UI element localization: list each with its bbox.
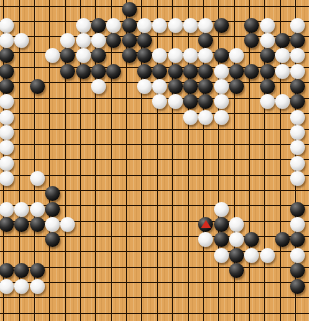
grid-vertical-line bbox=[249, 0, 250, 321]
white-stone[interactable] bbox=[45, 48, 60, 63]
black-stone[interactable] bbox=[0, 263, 14, 278]
white-stone[interactable] bbox=[290, 171, 305, 186]
white-stone[interactable] bbox=[0, 279, 14, 294]
white-stone[interactable] bbox=[0, 140, 14, 155]
black-stone[interactable] bbox=[229, 248, 244, 263]
white-stone[interactable] bbox=[14, 279, 29, 294]
white-stone[interactable] bbox=[290, 64, 305, 79]
white-stone[interactable] bbox=[260, 248, 275, 263]
black-stone[interactable] bbox=[0, 79, 14, 94]
white-stone[interactable] bbox=[183, 18, 198, 33]
grid-horizontal-line bbox=[0, 159, 309, 160]
black-stone[interactable] bbox=[260, 64, 275, 79]
black-stone[interactable] bbox=[137, 33, 152, 48]
black-stone[interactable] bbox=[290, 202, 305, 217]
black-stone[interactable] bbox=[290, 94, 305, 109]
black-stone[interactable] bbox=[198, 33, 213, 48]
black-stone[interactable] bbox=[122, 18, 137, 33]
black-stone[interactable] bbox=[91, 48, 106, 63]
white-stone[interactable] bbox=[229, 217, 244, 232]
black-stone[interactable] bbox=[275, 33, 290, 48]
black-stone[interactable] bbox=[122, 2, 137, 17]
white-stone[interactable] bbox=[137, 18, 152, 33]
white-stone[interactable] bbox=[137, 79, 152, 94]
white-stone[interactable] bbox=[290, 248, 305, 263]
black-stone[interactable] bbox=[0, 48, 14, 63]
white-stone[interactable] bbox=[198, 232, 213, 247]
white-stone[interactable] bbox=[214, 202, 229, 217]
black-stone[interactable] bbox=[183, 79, 198, 94]
black-stone[interactable] bbox=[45, 232, 60, 247]
black-stone[interactable] bbox=[76, 64, 91, 79]
white-stone[interactable] bbox=[214, 110, 229, 125]
white-stone[interactable] bbox=[198, 48, 213, 63]
white-stone[interactable] bbox=[168, 94, 183, 109]
white-stone[interactable] bbox=[106, 18, 121, 33]
white-stone[interactable] bbox=[91, 79, 106, 94]
black-stone[interactable] bbox=[214, 217, 229, 232]
black-stone[interactable] bbox=[244, 64, 259, 79]
white-stone[interactable] bbox=[0, 202, 14, 217]
black-stone[interactable] bbox=[214, 48, 229, 63]
white-stone[interactable] bbox=[152, 94, 167, 109]
black-stone[interactable] bbox=[183, 64, 198, 79]
white-stone[interactable] bbox=[152, 79, 167, 94]
black-stone[interactable] bbox=[198, 64, 213, 79]
white-stone[interactable] bbox=[260, 18, 275, 33]
white-stone[interactable] bbox=[275, 64, 290, 79]
grid-horizontal-line bbox=[0, 267, 309, 268]
black-stone[interactable] bbox=[244, 232, 259, 247]
grid-horizontal-line bbox=[0, 282, 309, 283]
white-stone[interactable] bbox=[152, 48, 167, 63]
white-stone[interactable] bbox=[76, 33, 91, 48]
black-stone[interactable] bbox=[183, 94, 198, 109]
white-stone[interactable] bbox=[214, 79, 229, 94]
grid-vertical-line bbox=[111, 0, 112, 321]
go-board[interactable] bbox=[0, 0, 309, 321]
black-stone[interactable] bbox=[14, 217, 29, 232]
black-stone[interactable] bbox=[290, 279, 305, 294]
white-stone[interactable] bbox=[290, 217, 305, 232]
white-stone[interactable] bbox=[30, 202, 45, 217]
white-stone[interactable] bbox=[290, 110, 305, 125]
white-stone[interactable] bbox=[183, 48, 198, 63]
black-stone[interactable] bbox=[229, 263, 244, 278]
white-stone[interactable] bbox=[30, 171, 45, 186]
grid-horizontal-line bbox=[0, 297, 309, 298]
white-stone[interactable] bbox=[183, 110, 198, 125]
black-stone[interactable] bbox=[214, 18, 229, 33]
white-stone[interactable] bbox=[60, 33, 75, 48]
black-stone[interactable] bbox=[290, 232, 305, 247]
black-stone[interactable] bbox=[168, 79, 183, 94]
black-stone[interactable] bbox=[137, 64, 152, 79]
white-stone[interactable] bbox=[76, 18, 91, 33]
black-stone[interactable] bbox=[290, 79, 305, 94]
black-stone[interactable] bbox=[0, 64, 14, 79]
black-stone[interactable] bbox=[260, 79, 275, 94]
black-stone[interactable] bbox=[244, 33, 259, 48]
black-stone[interactable] bbox=[30, 217, 45, 232]
black-stone[interactable] bbox=[198, 79, 213, 94]
black-stone[interactable] bbox=[275, 232, 290, 247]
black-stone[interactable] bbox=[198, 94, 213, 109]
grid-horizontal-line bbox=[0, 129, 309, 130]
black-stone[interactable] bbox=[168, 64, 183, 79]
white-stone[interactable] bbox=[14, 33, 29, 48]
black-stone[interactable] bbox=[106, 33, 121, 48]
black-stone[interactable] bbox=[214, 232, 229, 247]
white-stone[interactable] bbox=[229, 48, 244, 63]
white-stone[interactable] bbox=[168, 48, 183, 63]
white-stone[interactable] bbox=[14, 202, 29, 217]
black-stone[interactable] bbox=[260, 48, 275, 63]
black-stone[interactable] bbox=[45, 202, 60, 217]
black-stone[interactable] bbox=[60, 64, 75, 79]
white-stone[interactable] bbox=[290, 140, 305, 155]
white-stone[interactable] bbox=[275, 94, 290, 109]
white-stone[interactable] bbox=[168, 18, 183, 33]
black-stone[interactable] bbox=[91, 64, 106, 79]
white-stone[interactable] bbox=[0, 33, 14, 48]
white-stone[interactable] bbox=[214, 64, 229, 79]
black-stone[interactable] bbox=[60, 48, 75, 63]
grid-horizontal-line bbox=[0, 113, 309, 114]
black-stone[interactable] bbox=[122, 33, 137, 48]
white-stone[interactable] bbox=[91, 33, 106, 48]
white-stone[interactable] bbox=[290, 18, 305, 33]
white-stone[interactable] bbox=[30, 279, 45, 294]
black-stone[interactable] bbox=[229, 64, 244, 79]
white-stone[interactable] bbox=[0, 18, 14, 33]
black-stone[interactable] bbox=[45, 186, 60, 201]
white-stone[interactable] bbox=[260, 33, 275, 48]
black-stone[interactable] bbox=[290, 263, 305, 278]
white-stone[interactable] bbox=[244, 248, 259, 263]
white-stone[interactable] bbox=[198, 18, 213, 33]
white-stone[interactable] bbox=[0, 110, 14, 125]
white-stone[interactable] bbox=[152, 18, 167, 33]
white-stone[interactable] bbox=[275, 48, 290, 63]
white-stone[interactable] bbox=[229, 232, 244, 247]
white-stone[interactable] bbox=[0, 94, 14, 109]
black-stone[interactable] bbox=[0, 217, 14, 232]
white-stone[interactable] bbox=[290, 156, 305, 171]
black-stone[interactable] bbox=[91, 18, 106, 33]
black-stone[interactable] bbox=[152, 64, 167, 79]
grid-horizontal-line bbox=[0, 175, 309, 176]
black-stone[interactable] bbox=[30, 79, 45, 94]
black-stone[interactable] bbox=[14, 263, 29, 278]
black-stone[interactable] bbox=[229, 79, 244, 94]
white-stone[interactable] bbox=[0, 171, 14, 186]
grid-horizontal-line bbox=[0, 144, 309, 145]
white-stone[interactable] bbox=[0, 125, 14, 140]
grid-horizontal-line bbox=[0, 313, 309, 314]
white-stone[interactable] bbox=[290, 48, 305, 63]
white-stone[interactable] bbox=[214, 248, 229, 263]
last-move-marker bbox=[201, 220, 211, 228]
white-stone[interactable] bbox=[290, 125, 305, 140]
white-stone[interactable] bbox=[198, 110, 213, 125]
black-stone[interactable] bbox=[290, 33, 305, 48]
black-stone[interactable] bbox=[122, 48, 137, 63]
black-stone[interactable] bbox=[106, 64, 121, 79]
grid-horizontal-line bbox=[0, 6, 309, 7]
white-stone[interactable] bbox=[260, 94, 275, 109]
black-stone[interactable] bbox=[244, 18, 259, 33]
white-stone[interactable] bbox=[76, 48, 91, 63]
black-stone[interactable] bbox=[137, 48, 152, 63]
white-stone[interactable] bbox=[0, 156, 14, 171]
white-stone[interactable] bbox=[60, 217, 75, 232]
white-stone[interactable] bbox=[214, 94, 229, 109]
black-stone[interactable] bbox=[30, 263, 45, 278]
white-stone[interactable] bbox=[45, 217, 60, 232]
